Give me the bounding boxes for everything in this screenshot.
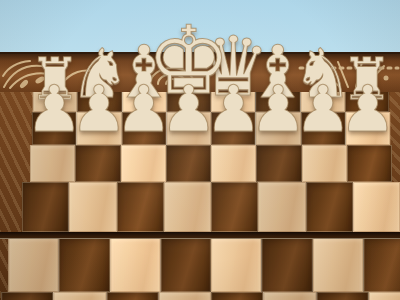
square-d4[interactable] — [211, 182, 258, 232]
square-a4[interactable] — [353, 182, 400, 232]
square-c3[interactable] — [256, 145, 301, 182]
square-e6[interactable] — [159, 292, 211, 300]
square-f4[interactable] — [116, 182, 163, 232]
square-e3[interactable] — [166, 145, 211, 182]
square-b4[interactable] — [306, 182, 353, 232]
square-c6[interactable] — [263, 292, 315, 300]
square-f3[interactable] — [121, 145, 166, 182]
square-h5[interactable] — [8, 238, 59, 292]
photo-of-chess-set: ♜♞♝♛♚♝♞♜♟♟♟♟♟♟♟♟ — [0, 0, 400, 300]
square-g6[interactable] — [54, 292, 106, 300]
board-rank-5 — [8, 238, 400, 292]
board-rank-4 — [22, 182, 400, 232]
square-g5[interactable] — [59, 238, 110, 292]
board-rank-6 — [1, 292, 400, 300]
square-e4[interactable] — [164, 182, 211, 232]
square-c5[interactable] — [262, 238, 313, 292]
square-h4[interactable] — [22, 182, 69, 232]
square-h6[interactable] — [1, 292, 53, 300]
square-h3[interactable] — [30, 145, 75, 182]
square-b5[interactable] — [312, 238, 363, 292]
white-pawn-h2[interactable]: ♟ — [22, 77, 86, 141]
square-a6[interactable] — [368, 292, 400, 300]
square-d6[interactable] — [211, 292, 263, 300]
square-e5[interactable] — [160, 238, 211, 292]
square-a5[interactable] — [363, 238, 400, 292]
square-b3[interactable] — [302, 145, 347, 182]
board-hinge-seam — [0, 232, 400, 239]
square-f6[interactable] — [106, 292, 158, 300]
square-d3[interactable] — [211, 145, 256, 182]
square-g3[interactable] — [75, 145, 120, 182]
square-g4[interactable] — [69, 182, 116, 232]
square-a3[interactable] — [347, 145, 392, 182]
square-d5[interactable] — [211, 238, 262, 292]
board-rank-3 — [30, 145, 392, 182]
square-f5[interactable] — [110, 238, 161, 292]
square-b6[interactable] — [316, 292, 368, 300]
square-c4[interactable] — [258, 182, 305, 232]
